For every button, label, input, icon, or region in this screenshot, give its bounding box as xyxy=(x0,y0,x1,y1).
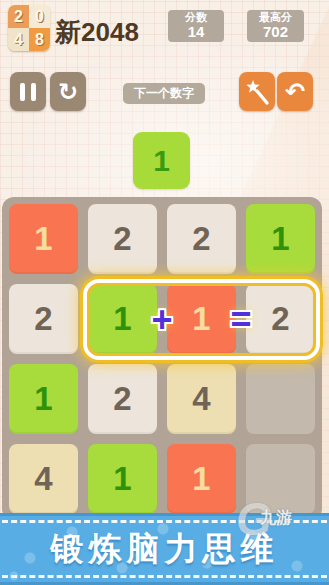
undo-icon: ↶ xyxy=(285,80,305,104)
board-cell-r1c3[interactable]: 2 xyxy=(167,204,236,274)
board-cell-r1c1[interactable]: 1 xyxy=(9,204,78,274)
board-cell-r3c1[interactable]: 1 xyxy=(9,364,78,434)
board-cell-r4c3[interactable]: 1 xyxy=(167,444,236,514)
page-title: 新2048 xyxy=(55,15,139,50)
logo-tile-2: 2 xyxy=(8,5,29,28)
game-board[interactable]: 1 2 2 1 2 1 1 2 1 2 4 4 1 1 xyxy=(2,197,322,521)
logo-tile-4: 4 xyxy=(8,28,29,51)
board-cell-r4c4 xyxy=(246,444,315,514)
undo-button[interactable]: ↶ xyxy=(277,72,313,111)
app-screen: 2 0 4 8 新2048 分数 14 最高分 702 ↻ 下一个数字 xyxy=(0,0,329,585)
next-number-label: 下一个数字 xyxy=(123,83,205,104)
board-cell-r2c4[interactable]: 2 xyxy=(246,284,315,354)
board-cell-r2c3[interactable]: 1 xyxy=(167,284,236,354)
logo-tile-0: 0 xyxy=(29,5,50,28)
board-cell-r4c1[interactable]: 4 xyxy=(9,444,78,514)
board-cell-r1c2[interactable]: 2 xyxy=(88,204,157,274)
board-cell-r1c4[interactable]: 1 xyxy=(246,204,315,274)
board-cell-r2c2[interactable]: 1 xyxy=(88,284,157,354)
score-value: 14 xyxy=(168,24,224,40)
app-logo: 2 0 4 8 xyxy=(8,5,50,51)
logo-tile-8: 8 xyxy=(29,28,50,51)
board-cell-r3c4 xyxy=(246,364,315,434)
best-score-value: 702 xyxy=(247,24,304,40)
board-grid: 1 2 2 1 2 1 1 2 1 2 4 4 1 1 xyxy=(2,197,322,521)
ad-banner[interactable]: 锻炼脑力思维 xyxy=(0,513,329,585)
best-score-box: 最高分 702 xyxy=(247,10,304,42)
banner-text: 锻炼脑力思维 xyxy=(51,527,279,572)
magic-wand-button[interactable] xyxy=(239,72,275,111)
board-cell-r3c3[interactable]: 4 xyxy=(167,364,236,434)
restart-icon: ↻ xyxy=(58,80,78,104)
pause-button[interactable] xyxy=(10,72,46,111)
restart-button[interactable]: ↻ xyxy=(50,72,86,111)
pause-icon xyxy=(20,83,36,101)
score-box: 分数 14 xyxy=(168,10,224,42)
magic-wand-icon xyxy=(242,77,272,107)
next-tile-preview: 1 xyxy=(133,132,190,189)
board-cell-r3c2[interactable]: 2 xyxy=(88,364,157,434)
hint-equals-operator: = xyxy=(230,302,251,338)
board-cell-r2c1[interactable]: 2 xyxy=(9,284,78,354)
hint-plus-operator: + xyxy=(151,302,172,338)
board-cell-r4c2[interactable]: 1 xyxy=(88,444,157,514)
